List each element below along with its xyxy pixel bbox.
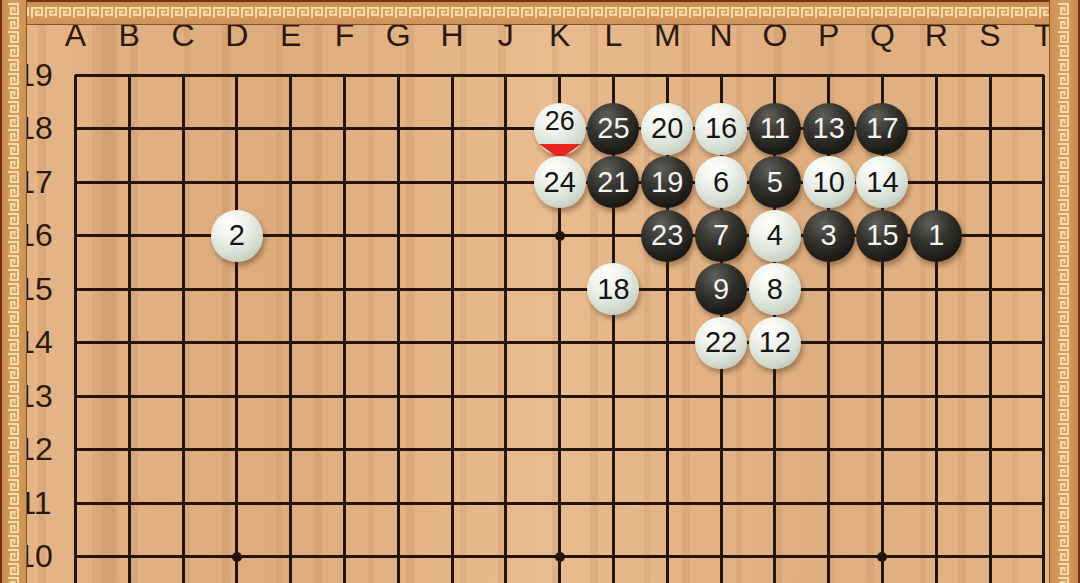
frame-top-meander (0, 0, 1080, 25)
intersection-E16[interactable] (264, 209, 318, 263)
intersection-R13[interactable] (909, 369, 963, 423)
white-stone-22: 22 (695, 317, 747, 369)
intersection-S14[interactable] (963, 316, 1017, 370)
intersection-F13[interactable] (318, 369, 372, 423)
black-stone-1: 1 (910, 210, 962, 262)
intersection-H15[interactable] (425, 262, 479, 316)
black-stone-21: 21 (587, 156, 639, 208)
intersection-J18[interactable] (479, 102, 533, 156)
move-number: 11 (760, 114, 790, 143)
move-number: 15 (866, 221, 898, 250)
move-number: 3 (821, 221, 837, 250)
intersection-Q11[interactable] (856, 476, 910, 530)
intersection-P18[interactable]: 13 (802, 102, 856, 156)
go-board: 2625201611131724211965101422374315118982… (49, 48, 1071, 583)
white-stone-18: 18 (587, 263, 639, 315)
intersection-L14[interactable] (587, 316, 641, 370)
intersection-M16[interactable]: 23 (640, 209, 694, 263)
intersection-G11[interactable] (371, 476, 425, 530)
intersection-G12[interactable] (371, 423, 425, 477)
move-number: 7 (713, 221, 729, 250)
intersection-F12[interactable] (318, 423, 372, 477)
intersection-J13[interactable] (479, 369, 533, 423)
intersection-Q16[interactable]: 15 (856, 209, 910, 263)
frame-right-meander (1049, 0, 1080, 583)
white-stone-14: 14 (856, 156, 908, 208)
move-number: 12 (759, 328, 791, 357)
move-number: 8 (767, 275, 783, 304)
intersection-J10[interactable] (479, 530, 533, 583)
intersection-R10[interactable] (909, 530, 963, 583)
move-number: 5 (767, 168, 783, 197)
intersection-N11[interactable] (694, 476, 748, 530)
intersection-K18[interactable]: 26 (533, 102, 587, 156)
black-stone-23: 23 (641, 210, 693, 262)
intersection-O11[interactable] (748, 476, 802, 530)
intersection-R14[interactable] (909, 316, 963, 370)
intersection-C13[interactable] (156, 369, 210, 423)
intersection-J11[interactable] (479, 476, 533, 530)
intersection-B13[interactable] (102, 369, 156, 423)
intersection-E11[interactable] (264, 476, 318, 530)
intersection-P13[interactable] (802, 369, 856, 423)
intersection-S17[interactable] (963, 155, 1017, 209)
intersection-C12[interactable] (156, 423, 210, 477)
intersection-E18[interactable] (264, 102, 318, 156)
intersection-P12[interactable] (802, 423, 856, 477)
intersection-E12[interactable] (264, 423, 318, 477)
intersection-M15[interactable] (640, 262, 694, 316)
move-number: 6 (713, 168, 729, 197)
intersection-C16[interactable] (156, 209, 210, 263)
intersection-P14[interactable] (802, 316, 856, 370)
intersection-R18[interactable] (909, 102, 963, 156)
move-number: 22 (705, 328, 737, 357)
black-stone-25: 25 (587, 103, 639, 155)
star-point-D10 (232, 552, 242, 562)
intersection-C17[interactable] (156, 155, 210, 209)
intersection-S11[interactable] (963, 476, 1017, 530)
intersection-K16[interactable] (533, 209, 587, 263)
intersection-L17[interactable]: 21 (587, 155, 641, 209)
intersection-K11[interactable] (533, 476, 587, 530)
intersection-N17[interactable]: 6 (694, 155, 748, 209)
move-number: 10 (813, 168, 845, 197)
move-number: 4 (767, 221, 783, 250)
intersection-L13[interactable] (587, 369, 641, 423)
intersection-O12[interactable] (748, 423, 802, 477)
intersection-B14[interactable] (102, 316, 156, 370)
intersection-F14[interactable] (318, 316, 372, 370)
intersection-B17[interactable] (102, 155, 156, 209)
move-number: 9 (713, 275, 729, 304)
intersection-Q10[interactable] (856, 530, 910, 583)
intersection-G15[interactable] (371, 262, 425, 316)
intersection-D11[interactable] (210, 476, 264, 530)
intersection-M11[interactable] (640, 476, 694, 530)
black-stone-15: 15 (856, 210, 908, 262)
intersection-J12[interactable] (479, 423, 533, 477)
move-number: 17 (866, 114, 898, 143)
intersection-Q17[interactable]: 14 (856, 155, 910, 209)
intersection-R15[interactable] (909, 262, 963, 316)
intersection-B15[interactable] (102, 262, 156, 316)
intersection-H18[interactable] (425, 102, 479, 156)
intersection-Q15[interactable] (856, 262, 910, 316)
move-number: 13 (813, 114, 845, 143)
goban-screenshot: ABCDEFGHJKLMNOPQRST 19181716151413121110… (0, 0, 1080, 583)
intersection-F10[interactable] (318, 530, 372, 583)
intersection-H13[interactable] (425, 369, 479, 423)
intersection-E10[interactable] (264, 530, 318, 583)
intersection-G14[interactable] (371, 316, 425, 370)
intersection-K17[interactable]: 24 (533, 155, 587, 209)
intersection-D15[interactable] (210, 262, 264, 316)
intersection-B16[interactable] (102, 209, 156, 263)
intersection-J15[interactable] (479, 262, 533, 316)
intersection-G16[interactable] (371, 209, 425, 263)
intersection-P11[interactable] (802, 476, 856, 530)
black-stone-13: 13 (803, 103, 855, 155)
intersection-M10[interactable] (640, 530, 694, 583)
intersection-K15[interactable] (533, 262, 587, 316)
intersection-G17[interactable] (371, 155, 425, 209)
intersection-B10[interactable] (102, 530, 156, 583)
move-number: 25 (597, 114, 629, 143)
intersection-R16[interactable]: 1 (909, 209, 963, 263)
black-stone-17: 17 (856, 103, 908, 155)
move-number: 26 (545, 108, 575, 135)
star-point-K10 (555, 552, 565, 562)
intersection-D16[interactable]: 2 (210, 209, 264, 263)
white-stone-6: 6 (695, 156, 747, 208)
intersection-N16[interactable]: 7 (694, 209, 748, 263)
intersection-H17[interactable] (425, 155, 479, 209)
intersection-S18[interactable] (963, 102, 1017, 156)
intersection-C10[interactable] (156, 530, 210, 583)
intersection-D10[interactable] (210, 530, 264, 583)
intersection-B11[interactable] (102, 476, 156, 530)
black-stone-7: 7 (695, 210, 747, 262)
intersection-N14[interactable]: 22 (694, 316, 748, 370)
intersection-S16[interactable] (963, 209, 1017, 263)
intersection-G13[interactable] (371, 369, 425, 423)
intersection-H14[interactable] (425, 316, 479, 370)
intersection-M12[interactable] (640, 423, 694, 477)
intersection-Q12[interactable] (856, 423, 910, 477)
intersection-L11[interactable] (587, 476, 641, 530)
intersection-O16[interactable]: 4 (748, 209, 802, 263)
move-number: 24 (544, 168, 576, 197)
intersection-M14[interactable] (640, 316, 694, 370)
intersection-H12[interactable] (425, 423, 479, 477)
intersection-Q18[interactable]: 17 (856, 102, 910, 156)
intersection-S12[interactable] (963, 423, 1017, 477)
white-stone-4: 4 (749, 210, 801, 262)
intersection-B18[interactable] (102, 102, 156, 156)
intersection-F18[interactable] (318, 102, 372, 156)
intersection-O15[interactable]: 8 (748, 262, 802, 316)
black-stone-11: 11 (749, 103, 801, 155)
intersection-F15[interactable] (318, 262, 372, 316)
intersection-E13[interactable] (264, 369, 318, 423)
white-stone-2: 2 (211, 210, 263, 262)
intersection-H16[interactable] (425, 209, 479, 263)
intersection-E14[interactable] (264, 316, 318, 370)
move-number: 18 (597, 275, 629, 304)
intersection-B12[interactable] (102, 423, 156, 477)
intersection-K12[interactable] (533, 423, 587, 477)
intersection-S10[interactable] (963, 530, 1017, 583)
intersection-N15[interactable]: 9 (694, 262, 748, 316)
white-stone-16: 16 (695, 103, 747, 155)
intersection-L10[interactable] (587, 530, 641, 583)
white-stone-12: 12 (749, 317, 801, 369)
intersection-P15[interactable] (802, 262, 856, 316)
intersection-K10[interactable] (533, 530, 587, 583)
move-number: 1 (928, 221, 944, 250)
intersection-D17[interactable] (210, 155, 264, 209)
move-number: 16 (705, 114, 737, 143)
move-number: 14 (866, 168, 898, 197)
intersection-M17[interactable]: 19 (640, 155, 694, 209)
move-number: 20 (651, 114, 683, 143)
intersection-K13[interactable] (533, 369, 587, 423)
intersection-E17[interactable] (264, 155, 318, 209)
intersection-J17[interactable] (479, 155, 533, 209)
intersection-D12[interactable] (210, 423, 264, 477)
star-point-K16 (555, 231, 565, 241)
intersection-P10[interactable] (802, 530, 856, 583)
move-number: 19 (651, 168, 683, 197)
black-stone-5: 5 (749, 156, 801, 208)
intersection-P17[interactable]: 10 (802, 155, 856, 209)
intersection-R11[interactable] (909, 476, 963, 530)
intersection-P16[interactable]: 3 (802, 209, 856, 263)
move-number: 2 (229, 221, 245, 250)
intersection-O18[interactable]: 11 (748, 102, 802, 156)
intersection-G10[interactable] (371, 530, 425, 583)
intersection-D18[interactable] (210, 102, 264, 156)
intersection-J14[interactable] (479, 316, 533, 370)
intersection-J16[interactable] (479, 209, 533, 263)
intersection-H11[interactable] (425, 476, 479, 530)
intersection-Q14[interactable] (856, 316, 910, 370)
intersection-N13[interactable] (694, 369, 748, 423)
intersection-E15[interactable] (264, 262, 318, 316)
intersection-L15[interactable]: 18 (587, 262, 641, 316)
intersection-C18[interactable] (156, 102, 210, 156)
intersection-C14[interactable] (156, 316, 210, 370)
intersection-S15[interactable] (963, 262, 1017, 316)
white-stone-10: 10 (803, 156, 855, 208)
intersection-G18[interactable] (371, 102, 425, 156)
intersection-H10[interactable] (425, 530, 479, 583)
move-number: 23 (651, 221, 683, 250)
intersection-N12[interactable] (694, 423, 748, 477)
frame-left-meander (0, 0, 27, 583)
intersection-D14[interactable] (210, 316, 264, 370)
intersection-D13[interactable] (210, 369, 264, 423)
intersection-K14[interactable] (533, 316, 587, 370)
intersection-C11[interactable] (156, 476, 210, 530)
white-stone-8: 8 (749, 263, 801, 315)
intersection-O14[interactable]: 12 (748, 316, 802, 370)
intersection-N10[interactable] (694, 530, 748, 583)
intersection-F16[interactable] (318, 209, 372, 263)
intersection-M13[interactable] (640, 369, 694, 423)
intersection-R17[interactable] (909, 155, 963, 209)
move-number: 21 (597, 168, 629, 197)
intersection-F11[interactable] (318, 476, 372, 530)
white-stone-20: 20 (641, 103, 693, 155)
intersection-F17[interactable] (318, 155, 372, 209)
intersection-O17[interactable]: 5 (748, 155, 802, 209)
black-stone-9: 9 (695, 263, 747, 315)
intersection-L18[interactable]: 25 (587, 102, 641, 156)
black-stone-19: 19 (641, 156, 693, 208)
white-stone-24: 24 (534, 156, 586, 208)
intersection-R12[interactable] (909, 423, 963, 477)
intersection-O13[interactable] (748, 369, 802, 423)
intersection-Q13[interactable] (856, 369, 910, 423)
intersection-N18[interactable]: 16 (694, 102, 748, 156)
intersection-S13[interactable] (963, 369, 1017, 423)
black-stone-3: 3 (803, 210, 855, 262)
intersection-M18[interactable]: 20 (640, 102, 694, 156)
white-stone-26: 26 (534, 103, 586, 155)
intersection-L16[interactable] (587, 209, 641, 263)
intersection-C15[interactable] (156, 262, 210, 316)
intersection-L12[interactable] (587, 423, 641, 477)
star-point-Q10 (877, 552, 887, 562)
intersection-O10[interactable] (748, 530, 802, 583)
